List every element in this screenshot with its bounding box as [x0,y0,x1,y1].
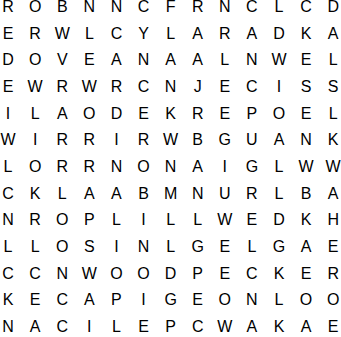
grid-cell: A [76,180,103,207]
grid-cell: A [76,287,103,314]
grid-cell: O [22,154,49,181]
grid-cell: F [157,0,184,20]
grid-cell: O [265,100,292,127]
grid-cell: R [320,260,341,287]
grid-cell: A [238,20,265,47]
grid-cell: S [320,74,341,101]
grid-cell: L [320,47,341,74]
grid-cell: L [157,234,184,261]
grid-cell: L [238,234,265,261]
grid-cell: A [320,180,341,207]
grid-cell: W [157,127,184,154]
grid-cell: N [157,154,184,181]
grid-cell: A [184,20,211,47]
grid-cell: K [320,127,341,154]
grid-cell: C [49,314,76,337]
grid-cell: G [238,154,265,181]
grid-cell: R [49,154,76,181]
grid-cell: L [265,154,292,181]
grid-cell: K [157,100,184,127]
grid-cell: A [238,314,265,337]
grid-cell: I [265,74,292,101]
grid-cell: N [238,287,265,314]
grid-cell: L [49,180,76,207]
grid-cell: W [293,154,320,181]
grid-cell: L [157,20,184,47]
grid-cell: R [22,207,49,234]
grid-cell: E [238,207,265,234]
grid-cell: G [211,127,238,154]
grid-cell: O [130,154,157,181]
grid-cell: D [265,20,292,47]
grid-cell: L [265,287,292,314]
grid-cell: K [293,20,320,47]
grid-cell: C [0,180,22,207]
grid-cell: N [0,314,22,337]
grid-cell: A [184,47,211,74]
grid-cell: L [0,234,22,261]
grid-cell: L [103,314,130,337]
grid-cell: W [0,127,22,154]
grid-cell: O [320,287,341,314]
grid-cell: N [211,0,238,20]
grid-cell: W [76,260,103,287]
grid-cell: B [130,180,157,207]
grid-cell: P [238,100,265,127]
grid-cell: R [103,74,130,101]
grid-cell: Y [130,20,157,47]
grid-cell: A [103,47,130,74]
grid-cell: O [293,287,320,314]
grid-cell: C [130,0,157,20]
grid-cell: N [103,154,130,181]
grid-cell: C [238,260,265,287]
grid-cell: R [130,127,157,154]
grid-cell: N [49,260,76,287]
grid-cell: L [211,47,238,74]
grid-cell: O [76,100,103,127]
grid-cell: E [320,314,341,337]
grid-cell: U [211,180,238,207]
grid-cell: B [184,127,211,154]
grid-cell: R [184,0,211,20]
grid-cell: E [211,100,238,127]
grid-cell: I [103,127,130,154]
grid-cell: B [49,0,76,20]
grid-cell: C [0,260,22,287]
grid-cell: R [211,20,238,47]
grid-cell: E [0,20,22,47]
grid-cell: D [157,260,184,287]
grid-cell: C [22,260,49,287]
grid-cell: I [103,234,130,261]
grid-cell: E [293,260,320,287]
grid-cell: W [22,74,49,101]
grid-cell: K [293,207,320,234]
grid-cell: G [265,234,292,261]
grid-cell: D [103,100,130,127]
grid-cell: E [130,314,157,337]
grid-cell: S [76,234,103,261]
grid-cell: P [76,207,103,234]
grid-cell: C [130,74,157,101]
grid-cell: N [238,47,265,74]
grid-cell: R [184,100,211,127]
grid-cell: N [293,127,320,154]
grid-cell: L [320,100,341,127]
grid-cell: E [76,47,103,74]
grid-cell: W [76,74,103,101]
grid-cell: O [49,207,76,234]
grid-cell: D [0,47,22,74]
grid-cell: G [157,287,184,314]
grid-cell: D [265,207,292,234]
grid-cell: C [184,314,211,337]
grid-cell: L [0,154,22,181]
grid-cell: U [238,127,265,154]
grid-cell: A [293,234,320,261]
grid-cell: L [265,0,292,20]
grid-cell: O [130,260,157,287]
grid-cell: E [320,234,341,261]
grid-cell: A [265,127,292,154]
grid-cell: W [49,20,76,47]
grid-cell: K [0,287,22,314]
grid-cell: R [22,20,49,47]
grid-cell: N [130,234,157,261]
grid-cell: G [184,234,211,261]
grid-cell: N [0,207,22,234]
grid-cell: E [130,100,157,127]
grid-cell: W [211,314,238,337]
grid-cell: O [211,287,238,314]
grid-cell: W [211,207,238,234]
grid-cell: N [103,0,130,20]
grid-cell: R [49,74,76,101]
grid-cell: W [320,154,341,181]
grid-cell: N [184,180,211,207]
grid-cell: L [103,207,130,234]
grid-cell: E [293,47,320,74]
grid-cell: E [211,260,238,287]
grid-cell: N [130,47,157,74]
grid-cell: C [238,74,265,101]
grid-cell: C [49,287,76,314]
grid-cell: R [238,180,265,207]
grid-cell: J [184,74,211,101]
word-search-grid: ROBNNCFRNCLCDERWLCYLARADKADOVEANAALNWELE… [0,0,341,337]
grid-cell: P [184,260,211,287]
grid-cell: C [103,20,130,47]
grid-cell: B [293,180,320,207]
grid-cell: R [0,0,22,20]
grid-cell: L [22,100,49,127]
grid-cell: N [76,0,103,20]
grid-cell: W [265,47,292,74]
grid-cell: A [184,154,211,181]
grid-cell: E [293,100,320,127]
grid-cell: L [76,20,103,47]
grid-cell: O [22,0,49,20]
grid-cell: R [49,127,76,154]
grid-cell: I [211,154,238,181]
grid-cell: L [184,207,211,234]
grid-cell: R [76,127,103,154]
grid-cell: A [293,314,320,337]
grid-cell: K [265,260,292,287]
grid-cell: L [22,234,49,261]
grid-cell: P [103,287,130,314]
grid-cell: L [265,180,292,207]
grid-cell: R [76,154,103,181]
grid-cell: K [22,180,49,207]
grid-cell: O [49,234,76,261]
grid-cell: C [293,0,320,20]
grid-cell: E [211,234,238,261]
grid-cell: E [211,74,238,101]
grid-cell: I [130,287,157,314]
grid-cell: I [22,127,49,154]
grid-cell: V [49,47,76,74]
grid-cell: M [157,180,184,207]
grid-cell: I [0,100,22,127]
grid-cell: O [22,47,49,74]
grid-cell: A [320,20,341,47]
grid-cell: O [103,260,130,287]
grid-cell: E [22,287,49,314]
grid-cell: E [184,287,211,314]
grid-cell: L [157,207,184,234]
grid-cell: N [157,74,184,101]
grid-cell: I [130,207,157,234]
grid-cell: A [22,314,49,337]
grid-cell: E [0,74,22,101]
grid-cell: A [49,100,76,127]
grid-cell: S [293,74,320,101]
grid-cell: I [76,314,103,337]
grid-cell: K [265,314,292,337]
grid-cell: C [238,0,265,20]
grid-cell: A [103,180,130,207]
grid-cell: H [320,207,341,234]
grid-cell: A [157,47,184,74]
grid-cell: P [157,314,184,337]
grid-cell: D [320,0,341,20]
